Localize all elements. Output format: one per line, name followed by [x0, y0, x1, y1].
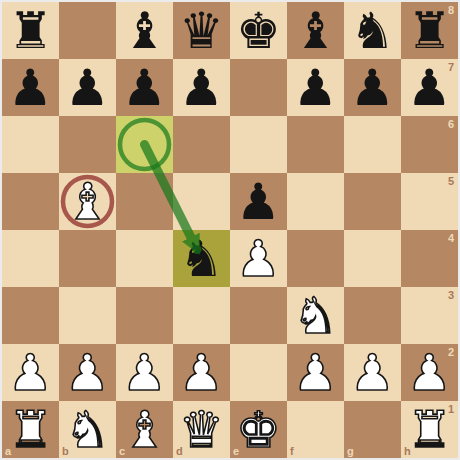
- square-a6[interactable]: [2, 116, 59, 173]
- file-label-g: g: [347, 445, 354, 457]
- square-h2[interactable]: 2♟: [401, 344, 458, 401]
- square-c8[interactable]: ♝: [116, 2, 173, 59]
- chess-board: ♜♝♛♚♝♞8♜♟♟♟♟♟♟7♟6♝♟5♞♟4♞3♟♟♟♟♟♟2♟a♜b♞c♝d…: [2, 2, 458, 458]
- square-f4[interactable]: [287, 230, 344, 287]
- square-g3[interactable]: [344, 287, 401, 344]
- square-b1[interactable]: b♞: [59, 401, 116, 458]
- square-b7[interactable]: ♟: [59, 59, 116, 116]
- piece-black-bishop-f8[interactable]: ♝: [287, 2, 344, 59]
- rank-label-5: 5: [448, 175, 454, 187]
- square-b3[interactable]: [59, 287, 116, 344]
- piece-black-bishop-c8[interactable]: ♝: [116, 2, 173, 59]
- piece-black-rook-a8[interactable]: ♜: [2, 2, 59, 59]
- square-g6[interactable]: [344, 116, 401, 173]
- square-b5[interactable]: ♝: [59, 173, 116, 230]
- piece-white-knight-f3[interactable]: ♞: [287, 287, 344, 344]
- piece-white-queen-d1[interactable]: ♛: [173, 401, 230, 458]
- piece-white-pawn-a2[interactable]: ♟: [2, 344, 59, 401]
- square-h7[interactable]: 7♟: [401, 59, 458, 116]
- piece-black-pawn-a7[interactable]: ♟: [2, 59, 59, 116]
- piece-black-knight-d4[interactable]: ♞: [173, 230, 230, 287]
- square-d1[interactable]: d♛: [173, 401, 230, 458]
- square-b2[interactable]: ♟: [59, 344, 116, 401]
- square-e3[interactable]: [230, 287, 287, 344]
- square-d4[interactable]: ♞: [173, 230, 230, 287]
- piece-black-pawn-d7[interactable]: ♟: [173, 59, 230, 116]
- square-a3[interactable]: [2, 287, 59, 344]
- piece-white-pawn-d2[interactable]: ♟: [173, 344, 230, 401]
- square-h6[interactable]: 6: [401, 116, 458, 173]
- piece-white-pawn-b2[interactable]: ♟: [59, 344, 116, 401]
- piece-black-pawn-f7[interactable]: ♟: [287, 59, 344, 116]
- square-e7[interactable]: [230, 59, 287, 116]
- piece-black-queen-d8[interactable]: ♛: [173, 2, 230, 59]
- square-d6[interactable]: [173, 116, 230, 173]
- piece-white-rook-h1[interactable]: ♜: [401, 401, 458, 458]
- square-e6[interactable]: [230, 116, 287, 173]
- square-f3[interactable]: ♞: [287, 287, 344, 344]
- square-f8[interactable]: ♝: [287, 2, 344, 59]
- square-g7[interactable]: ♟: [344, 59, 401, 116]
- square-d8[interactable]: ♛: [173, 2, 230, 59]
- piece-black-pawn-e5[interactable]: ♟: [230, 173, 287, 230]
- piece-white-knight-b1[interactable]: ♞: [59, 401, 116, 458]
- square-e5[interactable]: ♟: [230, 173, 287, 230]
- square-g5[interactable]: [344, 173, 401, 230]
- piece-white-bishop-b5[interactable]: ♝: [59, 173, 116, 230]
- square-a4[interactable]: [2, 230, 59, 287]
- piece-white-pawn-f2[interactable]: ♟: [287, 344, 344, 401]
- piece-black-pawn-h7[interactable]: ♟: [401, 59, 458, 116]
- square-d7[interactable]: ♟: [173, 59, 230, 116]
- square-c7[interactable]: ♟: [116, 59, 173, 116]
- rank-label-3: 3: [448, 289, 454, 301]
- piece-black-pawn-g7[interactable]: ♟: [344, 59, 401, 116]
- square-a5[interactable]: [2, 173, 59, 230]
- piece-white-bishop-c1[interactable]: ♝: [116, 401, 173, 458]
- square-g2[interactable]: ♟: [344, 344, 401, 401]
- square-d3[interactable]: [173, 287, 230, 344]
- square-e2[interactable]: [230, 344, 287, 401]
- square-a2[interactable]: ♟: [2, 344, 59, 401]
- square-h1[interactable]: 1h♜: [401, 401, 458, 458]
- square-g4[interactable]: [344, 230, 401, 287]
- square-c1[interactable]: c♝: [116, 401, 173, 458]
- square-g1[interactable]: g: [344, 401, 401, 458]
- piece-black-pawn-c7[interactable]: ♟: [116, 59, 173, 116]
- piece-white-pawn-h2[interactable]: ♟: [401, 344, 458, 401]
- piece-white-pawn-e4[interactable]: ♟: [230, 230, 287, 287]
- chess-board-frame: ♜♝♛♚♝♞8♜♟♟♟♟♟♟7♟6♝♟5♞♟4♞3♟♟♟♟♟♟2♟a♜b♞c♝d…: [0, 0, 460, 460]
- square-a8[interactable]: ♜: [2, 2, 59, 59]
- piece-black-knight-g8[interactable]: ♞: [344, 2, 401, 59]
- square-f2[interactable]: ♟: [287, 344, 344, 401]
- square-c2[interactable]: ♟: [116, 344, 173, 401]
- piece-white-rook-a1[interactable]: ♜: [2, 401, 59, 458]
- piece-white-pawn-c2[interactable]: ♟: [116, 344, 173, 401]
- square-b8[interactable]: [59, 2, 116, 59]
- piece-white-pawn-g2[interactable]: ♟: [344, 344, 401, 401]
- square-b4[interactable]: [59, 230, 116, 287]
- square-h3[interactable]: 3: [401, 287, 458, 344]
- piece-white-king-e1[interactable]: ♚: [230, 401, 287, 458]
- square-h8[interactable]: 8♜: [401, 2, 458, 59]
- square-f5[interactable]: [287, 173, 344, 230]
- file-label-f: f: [290, 445, 294, 457]
- square-c6[interactable]: [116, 116, 173, 173]
- square-c3[interactable]: [116, 287, 173, 344]
- piece-black-rook-h8[interactable]: ♜: [401, 2, 458, 59]
- square-e4[interactable]: ♟: [230, 230, 287, 287]
- square-d2[interactable]: ♟: [173, 344, 230, 401]
- square-a7[interactable]: ♟: [2, 59, 59, 116]
- square-g8[interactable]: ♞: [344, 2, 401, 59]
- square-d5[interactable]: [173, 173, 230, 230]
- square-f1[interactable]: f: [287, 401, 344, 458]
- square-h5[interactable]: 5: [401, 173, 458, 230]
- square-c5[interactable]: [116, 173, 173, 230]
- square-e1[interactable]: e♚: [230, 401, 287, 458]
- piece-black-king-e8[interactable]: ♚: [230, 2, 287, 59]
- piece-black-pawn-b7[interactable]: ♟: [59, 59, 116, 116]
- square-h4[interactable]: 4: [401, 230, 458, 287]
- rank-label-6: 6: [448, 118, 454, 130]
- square-a1[interactable]: a♜: [2, 401, 59, 458]
- square-c4[interactable]: [116, 230, 173, 287]
- square-f6[interactable]: [287, 116, 344, 173]
- square-e8[interactable]: ♚: [230, 2, 287, 59]
- square-b6[interactable]: [59, 116, 116, 173]
- rank-label-4: 4: [448, 232, 454, 244]
- square-f7[interactable]: ♟: [287, 59, 344, 116]
